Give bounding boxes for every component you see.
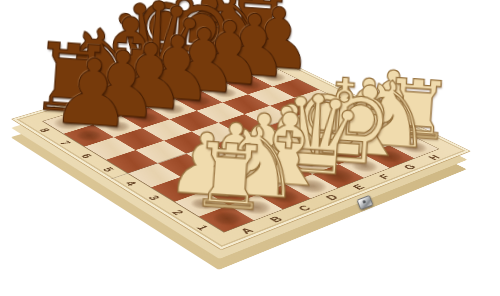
board-perspective-wrapper: 87654321 ABCDEFGH ♜♞♝♛♚♝♞♜♟♟♟♟♟♟♟♟♟♟♟♟♟♟… bbox=[0, 0, 500, 296]
clasp-screw-icon bbox=[362, 200, 366, 204]
pawn-icon: ♟ bbox=[48, 45, 136, 142]
rook-icon: ♜ bbox=[187, 131, 272, 225]
square-a5 bbox=[106, 150, 158, 173]
chess-set-photo: 87654321 ABCDEFGH ♜♞♝♛♚♝♞♜♟♟♟♟♟♟♟♟♟♟♟♟♟♟… bbox=[0, 0, 500, 296]
chess-board: 87654321 ABCDEFGH ♜♞♝♛♚♝♞♜♟♟♟♟♟♟♟♟♟♟♟♟♟♟… bbox=[11, 46, 471, 250]
